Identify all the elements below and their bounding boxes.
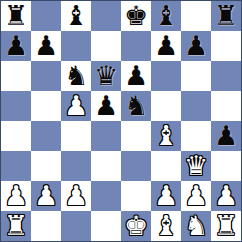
black-bishop-f8[interactable]: ♝ xyxy=(154,1,178,31)
square-b1[interactable] xyxy=(31,211,61,241)
square-e5[interactable]: ♞ xyxy=(121,91,151,121)
square-h1[interactable]: ♜ xyxy=(211,211,241,241)
black-pawn-g7[interactable]: ♟ xyxy=(184,31,208,61)
square-c1[interactable] xyxy=(61,211,91,241)
square-d3[interactable] xyxy=(91,151,121,181)
square-e8[interactable]: ♚ xyxy=(121,1,151,31)
square-d2[interactable] xyxy=(91,181,121,211)
square-b5[interactable] xyxy=(31,91,61,121)
square-f1[interactable]: ♝ xyxy=(151,211,181,241)
black-knight-e5[interactable]: ♞ xyxy=(124,91,148,121)
square-g5[interactable] xyxy=(181,91,211,121)
white-pawn-f2[interactable]: ♟ xyxy=(154,181,178,211)
square-d7[interactable] xyxy=(91,31,121,61)
square-e7[interactable] xyxy=(121,31,151,61)
square-d4[interactable] xyxy=(91,121,121,151)
square-e3[interactable] xyxy=(121,151,151,181)
square-d6[interactable]: ♛ xyxy=(91,61,121,91)
square-g6[interactable] xyxy=(181,61,211,91)
square-h2[interactable]: ♟ xyxy=(211,181,241,211)
black-pawn-b7[interactable]: ♟ xyxy=(34,31,58,61)
square-d5[interactable]: ♟ xyxy=(91,91,121,121)
square-b2[interactable]: ♟ xyxy=(31,181,61,211)
black-pawn-h4[interactable]: ♟ xyxy=(214,121,238,151)
square-d8[interactable] xyxy=(91,1,121,31)
square-c7[interactable] xyxy=(61,31,91,61)
square-h6[interactable] xyxy=(211,61,241,91)
square-c5[interactable]: ♟ xyxy=(61,91,91,121)
black-pawn-e6[interactable]: ♟ xyxy=(124,61,148,91)
square-h5[interactable] xyxy=(211,91,241,121)
square-e1[interactable]: ♚ xyxy=(121,211,151,241)
square-f5[interactable] xyxy=(151,91,181,121)
square-a6[interactable] xyxy=(1,61,31,91)
square-g1[interactable]: ♞ xyxy=(181,211,211,241)
black-pawn-a7[interactable]: ♟ xyxy=(4,31,28,61)
white-knight-g1[interactable]: ♞ xyxy=(184,211,208,241)
white-pawn-g2[interactable]: ♟ xyxy=(184,181,208,211)
square-a2[interactable]: ♟ xyxy=(1,181,31,211)
black-rook-h8[interactable]: ♜ xyxy=(214,1,238,31)
square-b7[interactable]: ♟ xyxy=(31,31,61,61)
black-pawn-d5[interactable]: ♟ xyxy=(94,91,118,121)
square-f7[interactable]: ♟ xyxy=(151,31,181,61)
square-e4[interactable] xyxy=(121,121,151,151)
square-f4[interactable]: ♝ xyxy=(151,121,181,151)
square-a3[interactable] xyxy=(1,151,31,181)
black-queen-d6[interactable]: ♛ xyxy=(94,61,118,91)
square-g7[interactable]: ♟ xyxy=(181,31,211,61)
square-h7[interactable] xyxy=(211,31,241,61)
square-e6[interactable]: ♟ xyxy=(121,61,151,91)
square-b4[interactable] xyxy=(31,121,61,151)
white-pawn-b2[interactable]: ♟ xyxy=(34,181,58,211)
black-knight-c6[interactable]: ♞ xyxy=(64,61,88,91)
white-pawn-c5[interactable]: ♟ xyxy=(64,91,88,121)
square-c2[interactable]: ♟ xyxy=(61,181,91,211)
square-f6[interactable] xyxy=(151,61,181,91)
square-c8[interactable]: ♝ xyxy=(61,1,91,31)
square-a5[interactable] xyxy=(1,91,31,121)
square-h4[interactable]: ♟ xyxy=(211,121,241,151)
square-d1[interactable] xyxy=(91,211,121,241)
black-rook-a8[interactable]: ♜ xyxy=(4,1,28,31)
square-c6[interactable]: ♞ xyxy=(61,61,91,91)
white-rook-h1[interactable]: ♜ xyxy=(214,211,238,241)
square-c3[interactable] xyxy=(61,151,91,181)
square-b3[interactable] xyxy=(31,151,61,181)
square-c4[interactable] xyxy=(61,121,91,151)
square-e2[interactable] xyxy=(121,181,151,211)
white-queen-g3[interactable]: ♛ xyxy=(184,151,208,181)
square-b8[interactable] xyxy=(31,1,61,31)
square-a1[interactable]: ♜ xyxy=(1,211,31,241)
black-pawn-f7[interactable]: ♟ xyxy=(154,31,178,61)
white-bishop-f1[interactable]: ♝ xyxy=(154,211,178,241)
white-rook-a1[interactable]: ♜ xyxy=(4,211,28,241)
square-g4[interactable] xyxy=(181,121,211,151)
square-f2[interactable]: ♟ xyxy=(151,181,181,211)
white-pawn-a2[interactable]: ♟ xyxy=(4,181,28,211)
square-h8[interactable]: ♜ xyxy=(211,1,241,31)
square-g3[interactable]: ♛ xyxy=(181,151,211,181)
square-a7[interactable]: ♟ xyxy=(1,31,31,61)
white-pawn-c2[interactable]: ♟ xyxy=(64,181,88,211)
white-pawn-h2[interactable]: ♟ xyxy=(214,181,238,211)
black-king-e8[interactable]: ♚ xyxy=(124,1,148,31)
square-h3[interactable] xyxy=(211,151,241,181)
square-f3[interactable] xyxy=(151,151,181,181)
square-a4[interactable] xyxy=(1,121,31,151)
white-bishop-f4[interactable]: ♝ xyxy=(154,121,178,151)
square-a8[interactable]: ♜ xyxy=(1,1,31,31)
square-g2[interactable]: ♟ xyxy=(181,181,211,211)
square-f8[interactable]: ♝ xyxy=(151,1,181,31)
square-g8[interactable] xyxy=(181,1,211,31)
white-king-e1[interactable]: ♚ xyxy=(124,211,148,241)
square-b6[interactable] xyxy=(31,61,61,91)
black-bishop-c8[interactable]: ♝ xyxy=(64,1,88,31)
chess-board: ♜♝♚♝♜♟♟♟♟♞♛♟♟♟♞♝♟♛♟♟♟♟♟♟♜♚♝♞♜ xyxy=(0,0,242,242)
